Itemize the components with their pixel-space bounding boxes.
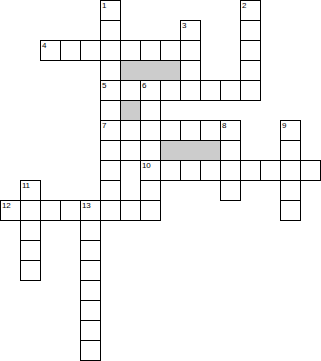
cell-r7-c14[interactable] (280, 140, 301, 161)
cell-r4-c8[interactable] (160, 80, 181, 101)
cell-r8-c11[interactable] (220, 160, 241, 181)
cell-r4-c11[interactable] (220, 80, 241, 101)
cell-r8-c7[interactable]: 10 (140, 160, 161, 181)
cell-r2-c2[interactable]: 4 (40, 40, 61, 61)
cell-r6-c11[interactable]: 8 (220, 120, 241, 141)
cell-r2-c6[interactable] (120, 40, 141, 61)
cell-r6-c9[interactable] (180, 120, 201, 141)
cell-r16-c4[interactable] (80, 320, 101, 341)
cell-r2-c3[interactable] (60, 40, 81, 61)
cell-r2-c7[interactable] (140, 40, 161, 61)
cell-r1-c12[interactable] (240, 20, 261, 41)
clue-number-11: 11 (22, 181, 30, 190)
cell-r2-c5[interactable] (100, 40, 121, 61)
crossword-grid: 12345678910111213 (0, 0, 321, 361)
cell-r10-c2[interactable] (40, 200, 61, 221)
cell-r2-c12[interactable] (240, 40, 261, 61)
cell-r7-c5[interactable] (100, 140, 121, 161)
cell-r4-c7[interactable]: 6 (140, 80, 161, 101)
cell-r14-c4[interactable] (80, 280, 101, 301)
cell-r1-c9[interactable]: 3 (180, 20, 201, 41)
cell-r7-c7[interactable] (140, 140, 161, 161)
cell-r10-c4[interactable]: 13 (80, 200, 101, 221)
cell-r3-c12[interactable] (240, 60, 261, 81)
cell-r8-c10[interactable] (200, 160, 221, 181)
cell-r8-c8[interactable] (160, 160, 181, 181)
cell-r10-c14[interactable] (280, 200, 301, 221)
crossword-page: 12345678910111213 (0, 0, 321, 361)
cell-r7-c11[interactable] (220, 140, 241, 161)
cell-r8-c15[interactable] (300, 160, 321, 181)
clue-number-4: 4 (42, 41, 46, 50)
clue-number-3: 3 (182, 21, 186, 30)
clue-number-10: 10 (142, 161, 150, 170)
cell-r2-c8[interactable] (160, 40, 181, 61)
cell-r3-c9[interactable] (180, 60, 201, 81)
cell-r8-c5[interactable] (100, 160, 121, 181)
cell-r10-c7[interactable] (140, 200, 161, 221)
cell-r10-c3[interactable] (60, 200, 81, 221)
cell-r4-c12[interactable] (240, 80, 261, 101)
cell-r10-c6[interactable] (120, 200, 141, 221)
cell-r1-c5[interactable] (100, 20, 121, 41)
clue-number-7: 7 (102, 121, 106, 130)
cell-r2-c4[interactable] (80, 40, 101, 61)
cell-r15-c4[interactable] (80, 300, 101, 321)
shaded-cells-r7-c8-c10[interactable] (160, 140, 221, 161)
cell-r8-c9[interactable] (180, 160, 201, 181)
cell-r7-c6[interactable] (120, 140, 141, 161)
cell-r11-c4[interactable] (80, 220, 101, 241)
cell-r5-c5[interactable] (100, 100, 121, 121)
cell-r6-c10[interactable] (200, 120, 221, 141)
cell-r12-c1[interactable] (20, 240, 41, 261)
cell-r17-c4[interactable] (80, 340, 101, 361)
cell-r12-c4[interactable] (80, 240, 101, 261)
cell-r9-c14[interactable] (280, 180, 301, 201)
cell-r4-c5[interactable]: 5 (100, 80, 121, 101)
cell-r5-c7[interactable] (140, 100, 161, 121)
cell-r9-c7[interactable] (140, 180, 161, 201)
cell-r6-c8[interactable] (160, 120, 181, 141)
cell-r9-c11[interactable] (220, 180, 241, 201)
cell-r13-c4[interactable] (80, 260, 101, 281)
cell-r6-c14[interactable]: 9 (280, 120, 301, 141)
clue-number-13: 13 (82, 201, 90, 210)
cell-r0-c5[interactable]: 1 (100, 0, 121, 21)
cell-r8-c13[interactable] (260, 160, 281, 181)
cell-r2-c9[interactable] (180, 40, 201, 61)
cell-r6-c5[interactable]: 7 (100, 120, 121, 141)
cell-r11-c1[interactable] (20, 220, 41, 241)
clue-number-6: 6 (142, 81, 146, 90)
cell-r4-c10[interactable] (200, 80, 221, 101)
cell-r6-c6[interactable] (120, 120, 141, 141)
cell-r4-c6[interactable] (120, 80, 141, 101)
cell-r6-c7[interactable] (140, 120, 161, 141)
clue-number-5: 5 (102, 81, 106, 90)
cell-r10-c5[interactable] (100, 200, 121, 221)
cell-r8-c12[interactable] (240, 160, 261, 181)
cell-r3-c5[interactable] (100, 60, 121, 81)
clue-number-8: 8 (222, 121, 226, 130)
cell-r10-c0[interactable]: 12 (0, 200, 21, 221)
cell-r4-c9[interactable] (180, 80, 201, 101)
cell-r0-c12[interactable]: 2 (240, 0, 261, 21)
cell-r8-c14[interactable] (280, 160, 301, 181)
shaded-cells-r3-c6-c8[interactable] (120, 60, 181, 81)
shaded-cells-r5-c6-c6[interactable] (120, 100, 141, 121)
clue-number-9: 9 (282, 121, 286, 130)
clue-number-12: 12 (2, 201, 10, 210)
clue-number-2: 2 (242, 1, 246, 10)
cell-r9-c5[interactable] (100, 180, 121, 201)
cell-r10-c1[interactable] (20, 200, 41, 221)
cell-r13-c1[interactable] (20, 260, 41, 281)
cell-r9-c1[interactable]: 11 (20, 180, 41, 201)
clue-number-1: 1 (102, 1, 106, 10)
